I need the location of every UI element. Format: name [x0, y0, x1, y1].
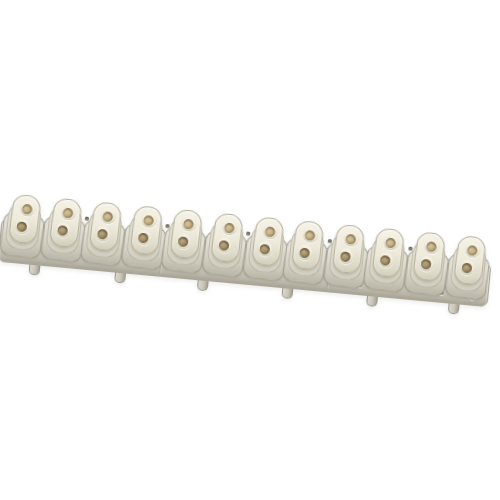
contact-hole-bottom-bore — [218, 239, 229, 250]
key-dome — [201, 210, 249, 277]
contact-hole-bottom-bore — [421, 258, 432, 269]
key-dome — [80, 199, 128, 266]
contact-hole-bottom-bore — [259, 243, 270, 254]
contact-hole-bottom — [13, 218, 30, 235]
contact-hole-bottom-bore — [299, 247, 310, 258]
contact-hole-top-bore — [143, 214, 154, 225]
contact-hole-top — [463, 242, 480, 259]
key-dome — [0, 192, 47, 259]
contact-hole-bottom-bore — [178, 236, 189, 247]
contact-hole-top — [423, 238, 440, 255]
contact-hole-bottom — [256, 240, 273, 257]
contact-hole-top — [19, 200, 36, 217]
contact-hole-top-bore — [183, 218, 194, 229]
contact-hole-bottom-bore — [97, 228, 108, 239]
contact-hole-bottom-bore — [16, 221, 27, 232]
contact-hole-bottom — [54, 222, 71, 239]
contact-hole-bottom — [94, 225, 111, 242]
contact-hole-top-bore — [62, 207, 73, 218]
contact-hole-top — [100, 208, 117, 225]
contact-hole-bottom-bore — [340, 251, 351, 262]
contact-hole-top — [261, 223, 278, 240]
contact-hole-top-bore — [22, 203, 33, 214]
contact-hole-top — [342, 230, 359, 247]
contact-hole-bottom — [296, 244, 313, 261]
contact-hole-top — [59, 204, 76, 221]
rubber-contact-strip — [0, 192, 494, 323]
key-dome — [282, 218, 330, 285]
contact-hole-top — [383, 234, 400, 251]
contact-hole-bottom — [458, 259, 475, 276]
contact-hole-bottom — [337, 248, 354, 265]
contact-hole-top-bore — [426, 241, 437, 252]
contact-hole-bottom — [216, 237, 233, 254]
contact-hole-top-bore — [385, 237, 396, 248]
contact-hole-bottom — [418, 255, 435, 272]
contact-hole-top-bore — [102, 211, 113, 222]
contact-hole-bottom-bore — [57, 224, 68, 235]
contact-hole-bottom — [175, 233, 192, 250]
contact-hole-bottom — [135, 229, 152, 246]
key-dome — [403, 229, 451, 296]
contact-hole-top — [180, 215, 197, 232]
contact-hole-top-bore — [264, 226, 275, 237]
contact-hole-top-bore — [224, 222, 235, 233]
contact-hole-bottom-bore — [380, 254, 391, 265]
photo-canvas — [0, 0, 500, 500]
contact-hole-bottom-bore — [461, 262, 472, 273]
contact-hole-top-bore — [305, 229, 316, 240]
contact-hole-top — [140, 212, 157, 229]
contact-hole-bottom-bore — [138, 232, 149, 243]
key-dome — [444, 233, 492, 300]
contact-hole-top-bore — [466, 244, 477, 255]
contact-hole-top-bore — [345, 233, 356, 244]
contact-hole-top — [221, 219, 238, 236]
contact-hole-bottom — [377, 252, 394, 269]
contact-hole-top — [302, 227, 319, 244]
